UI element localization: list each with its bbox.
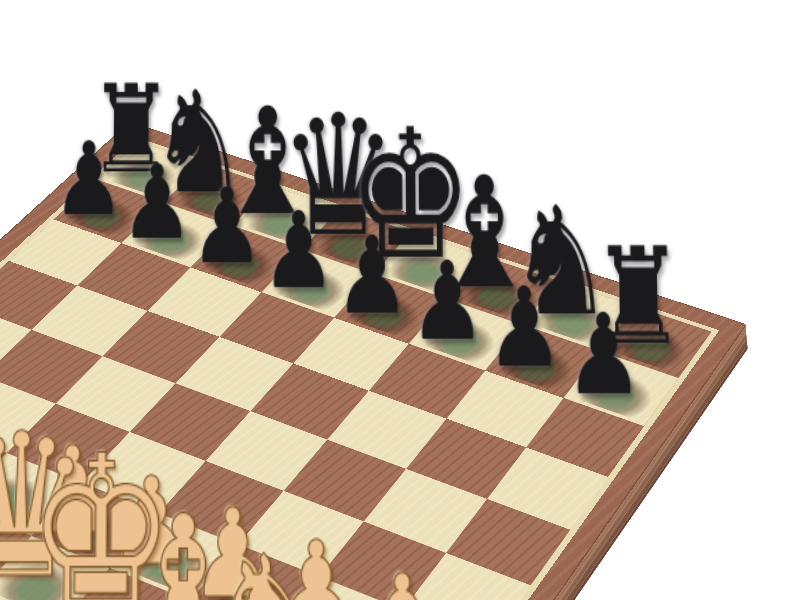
piece-black-pawn-d7[interactable]: ♟ xyxy=(261,198,336,304)
piece-black-pawn-e7[interactable]: ♟ xyxy=(334,222,410,329)
piece-black-pawn-a7[interactable]: ♟ xyxy=(53,129,126,231)
piece-black-pawn-g7[interactable]: ♟ xyxy=(485,273,564,383)
board-frame: ♜♞♝♛♚♝♞♜♟♟♟♟♟♟♟♟♟♟♟♟♟♟♟♟♜♞♝♛♚♝♞♜ xyxy=(0,121,747,600)
piece-black-pawn-c7[interactable]: ♟ xyxy=(190,174,264,278)
piece-black-pawn-b7[interactable]: ♟ xyxy=(121,151,194,254)
piece-black-pawn-h7[interactable]: ♟ xyxy=(564,299,644,410)
piece-white-rook-h1[interactable]: ♜ xyxy=(300,588,412,600)
piece-black-pawn-f7[interactable]: ♟ xyxy=(409,247,486,355)
photo-backdrop: ♜♞♝♛♚♝♞♜♟♟♟♟♟♟♟♟♟♟♟♟♟♟♟♟♜♞♝♛♚♝♞♜ xyxy=(0,0,800,600)
